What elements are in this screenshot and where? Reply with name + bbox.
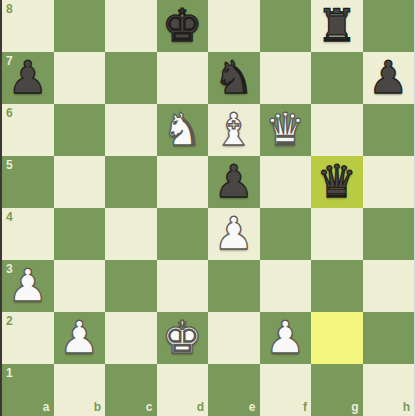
file-label-e: e xyxy=(249,401,256,413)
square-h6[interactable] xyxy=(363,104,415,156)
square-d1[interactable]: d xyxy=(157,364,209,416)
square-a5[interactable]: 5 xyxy=(2,156,54,208)
file-label-f: f xyxy=(303,401,307,413)
square-c8[interactable] xyxy=(105,0,157,52)
rank-label-4: 4 xyxy=(6,211,13,223)
black-queen-icon[interactable]: ♛ xyxy=(317,159,357,204)
square-h1[interactable]: h xyxy=(363,364,415,416)
white-pawn-icon[interactable]: ♟ xyxy=(214,211,254,256)
black-king-icon[interactable]: ♚ xyxy=(162,3,202,48)
square-b6[interactable] xyxy=(54,104,106,156)
white-queen-icon[interactable]: ♛ xyxy=(265,107,305,152)
square-b4[interactable] xyxy=(54,208,106,260)
square-e8[interactable] xyxy=(208,0,260,52)
square-c1[interactable]: c xyxy=(105,364,157,416)
square-b5[interactable] xyxy=(54,156,106,208)
square-e3[interactable] xyxy=(208,260,260,312)
square-g8[interactable]: ♜ xyxy=(311,0,363,52)
square-a1[interactable]: 1a xyxy=(2,364,54,416)
square-g7[interactable] xyxy=(311,52,363,104)
square-h2[interactable] xyxy=(363,312,415,364)
white-king-icon[interactable]: ♚ xyxy=(162,315,202,360)
square-h7[interactable]: ♟ xyxy=(363,52,415,104)
square-d2[interactable]: ♚ xyxy=(157,312,209,364)
square-b3[interactable] xyxy=(54,260,106,312)
square-f8[interactable] xyxy=(260,0,312,52)
square-c7[interactable] xyxy=(105,52,157,104)
white-pawn-icon[interactable]: ♟ xyxy=(59,315,99,360)
square-b8[interactable] xyxy=(54,0,106,52)
white-bishop-icon[interactable]: ♝ xyxy=(214,107,254,152)
square-a3[interactable]: 3♟ xyxy=(2,260,54,312)
square-e7[interactable]: ♞ xyxy=(208,52,260,104)
square-d7[interactable] xyxy=(157,52,209,104)
square-d5[interactable] xyxy=(157,156,209,208)
square-f3[interactable] xyxy=(260,260,312,312)
square-b2[interactable]: ♟ xyxy=(54,312,106,364)
square-c6[interactable] xyxy=(105,104,157,156)
rank-label-5: 5 xyxy=(6,159,13,171)
square-g6[interactable] xyxy=(311,104,363,156)
square-h3[interactable] xyxy=(363,260,415,312)
square-c3[interactable] xyxy=(105,260,157,312)
square-f7[interactable] xyxy=(260,52,312,104)
square-c2[interactable] xyxy=(105,312,157,364)
square-b1[interactable]: b xyxy=(54,364,106,416)
file-label-a: a xyxy=(43,401,50,413)
square-e4[interactable]: ♟ xyxy=(208,208,260,260)
square-f1[interactable]: f xyxy=(260,364,312,416)
square-b7[interactable] xyxy=(54,52,106,104)
rank-label-6: 6 xyxy=(6,107,13,119)
square-a4[interactable]: 4 xyxy=(2,208,54,260)
square-g4[interactable] xyxy=(311,208,363,260)
black-rook-icon[interactable]: ♜ xyxy=(317,3,357,48)
square-g1[interactable]: g xyxy=(311,364,363,416)
white-knight-icon[interactable]: ♞ xyxy=(162,107,202,152)
white-pawn-icon[interactable]: ♟ xyxy=(8,263,48,308)
rank-label-1: 1 xyxy=(6,367,13,379)
chess-board: 8♚♜7♟♞♟6♞♝♛5♟♛4♟3♟2♟♚♟1abcdefgh xyxy=(0,0,416,416)
square-d6[interactable]: ♞ xyxy=(157,104,209,156)
rank-label-2: 2 xyxy=(6,315,13,327)
square-g5[interactable]: ♛ xyxy=(311,156,363,208)
square-a6[interactable]: 6 xyxy=(2,104,54,156)
square-e1[interactable]: e xyxy=(208,364,260,416)
square-f5[interactable] xyxy=(260,156,312,208)
black-pawn-icon[interactable]: ♟ xyxy=(214,159,254,204)
file-label-c: c xyxy=(146,401,153,413)
square-a2[interactable]: 2 xyxy=(2,312,54,364)
black-pawn-icon[interactable]: ♟ xyxy=(368,55,408,100)
square-d8[interactable]: ♚ xyxy=(157,0,209,52)
square-f4[interactable] xyxy=(260,208,312,260)
black-knight-icon[interactable]: ♞ xyxy=(214,55,254,100)
square-h4[interactable] xyxy=(363,208,415,260)
square-a8[interactable]: 8 xyxy=(2,0,54,52)
square-e5[interactable]: ♟ xyxy=(208,156,260,208)
square-f2[interactable]: ♟ xyxy=(260,312,312,364)
file-label-b: b xyxy=(94,401,101,413)
file-label-h: h xyxy=(403,401,410,413)
rank-label-8: 8 xyxy=(6,3,13,15)
square-h8[interactable] xyxy=(363,0,415,52)
square-e6[interactable]: ♝ xyxy=(208,104,260,156)
square-d3[interactable] xyxy=(157,260,209,312)
square-c5[interactable] xyxy=(105,156,157,208)
square-d4[interactable] xyxy=(157,208,209,260)
black-pawn-icon[interactable]: ♟ xyxy=(8,55,48,100)
square-g2[interactable] xyxy=(311,312,363,364)
white-pawn-icon[interactable]: ♟ xyxy=(265,315,305,360)
file-label-g: g xyxy=(351,401,358,413)
square-c4[interactable] xyxy=(105,208,157,260)
square-g3[interactable] xyxy=(311,260,363,312)
square-h5[interactable] xyxy=(363,156,415,208)
square-e2[interactable] xyxy=(208,312,260,364)
square-a7[interactable]: 7♟ xyxy=(2,52,54,104)
square-f6[interactable]: ♛ xyxy=(260,104,312,156)
file-label-d: d xyxy=(197,401,204,413)
